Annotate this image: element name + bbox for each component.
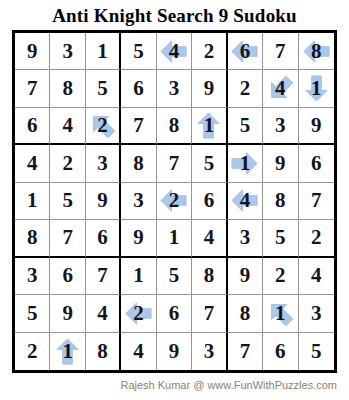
- sudoku-cell-r1c8[interactable]: 7: [263, 33, 298, 70]
- cell-digit: 8: [240, 303, 251, 324]
- sudoku-cell-r2c6[interactable]: 9: [192, 70, 227, 107]
- cell-digit: 4: [204, 227, 215, 248]
- cell-digit: 9: [169, 341, 180, 362]
- cell-digit: 8: [97, 341, 108, 362]
- cell-digit: 7: [27, 78, 38, 99]
- sudoku-cell-r7c7[interactable]: 9: [228, 258, 263, 295]
- sudoku-cell-r9c9[interactable]: 5: [299, 333, 334, 370]
- cell-digit: 7: [311, 190, 322, 211]
- cell-digit: 3: [204, 341, 215, 362]
- sudoku-cell-r3c4[interactable]: 7: [121, 108, 156, 145]
- sudoku-cell-r1c4[interactable]: 5: [121, 33, 156, 70]
- sudoku-cell-r3c2[interactable]: 4: [50, 108, 85, 145]
- sudoku-cell-r8c1[interactable]: 5: [15, 295, 50, 332]
- sudoku-cell-r4c1[interactable]: 4: [15, 145, 50, 182]
- sudoku-cell-r7c3[interactable]: 7: [86, 258, 121, 295]
- cell-digit: 8: [204, 265, 215, 286]
- sudoku-cell-r3c1[interactable]: 6: [15, 108, 50, 145]
- cell-digit: 1: [275, 303, 286, 324]
- cell-digit: 8: [311, 41, 322, 62]
- cell-digit: 2: [204, 41, 215, 62]
- cell-digit: 2: [27, 341, 38, 362]
- sudoku-cell-r8c9[interactable]: 3: [299, 295, 334, 332]
- cell-digit: 6: [169, 303, 180, 324]
- cell-digit: 1: [240, 153, 251, 174]
- sudoku-cell-r3c6[interactable]: 1: [192, 108, 227, 145]
- cell-digit: 4: [27, 153, 38, 174]
- cell-digit: 2: [275, 265, 286, 286]
- cell-digit: 5: [169, 265, 180, 286]
- sudoku-cell-r2c8[interactable]: 4: [263, 70, 298, 107]
- cell-digit: 1: [169, 227, 180, 248]
- cell-digit: 6: [62, 265, 73, 286]
- cell-digit: 8: [133, 153, 144, 174]
- cell-digit: 5: [27, 303, 38, 324]
- sudoku-cell-r3c7[interactable]: 5: [228, 108, 263, 145]
- cell-digit: 4: [62, 115, 73, 136]
- cell-digit: 9: [204, 78, 215, 99]
- cell-digit: 3: [62, 41, 73, 62]
- sudoku-cell-r4c6[interactable]: 5: [192, 145, 227, 182]
- cell-digit: 4: [169, 41, 180, 62]
- cell-digit: 2: [311, 227, 322, 248]
- sudoku-cell-r3c9[interactable]: 9: [299, 108, 334, 145]
- sudoku-cell-r8c2[interactable]: 9: [50, 295, 85, 332]
- sudoku-cell-r4c8[interactable]: 9: [263, 145, 298, 182]
- sudoku-cell-r3c3[interactable]: 2: [86, 108, 121, 145]
- sudoku-cell-r4c3[interactable]: 3: [86, 145, 121, 182]
- sudoku-board: 9315426787856392416427815394238751961593…: [12, 30, 337, 373]
- cell-digit: 3: [97, 153, 108, 174]
- cell-digit: 5: [204, 153, 215, 174]
- sudoku-cell-r1c9[interactable]: 8: [299, 33, 334, 70]
- sudoku-cell-r8c7[interactable]: 8: [228, 295, 263, 332]
- cell-digit: 6: [97, 227, 108, 248]
- sudoku-cell-r4c9[interactable]: 6: [299, 145, 334, 182]
- sudoku-cell-r6c4[interactable]: 9: [121, 220, 156, 257]
- sudoku-cell-r1c5[interactable]: 4: [157, 33, 192, 70]
- sudoku-cell-r9c4[interactable]: 4: [121, 333, 156, 370]
- sudoku-cell-r9c7[interactable]: 7: [228, 333, 263, 370]
- cell-digit: 4: [133, 341, 144, 362]
- cell-digit: 8: [27, 227, 38, 248]
- cell-digit: 1: [311, 78, 322, 99]
- cell-digit: 3: [275, 115, 286, 136]
- sudoku-cell-r6c1[interactable]: 8: [15, 220, 50, 257]
- sudoku-cell-r8c6[interactable]: 7: [192, 295, 227, 332]
- sudoku-cell-r4c4[interactable]: 8: [121, 145, 156, 182]
- sudoku-cell-r9c8[interactable]: 6: [263, 333, 298, 370]
- sudoku-cell-r1c3[interactable]: 1: [86, 33, 121, 70]
- cell-digit: 1: [27, 190, 38, 211]
- sudoku-cell-r2c3[interactable]: 5: [86, 70, 121, 107]
- cell-digit: 4: [275, 78, 286, 99]
- sudoku-cell-r2c5[interactable]: 3: [157, 70, 192, 107]
- cell-digit: 8: [275, 190, 286, 211]
- sudoku-cell-r3c8[interactable]: 3: [263, 108, 298, 145]
- cell-digit: 3: [311, 303, 322, 324]
- sudoku-cell-r8c4[interactable]: 2: [121, 295, 156, 332]
- sudoku-cell-r1c7[interactable]: 6: [228, 33, 263, 70]
- sudoku-cell-r4c5[interactable]: 7: [157, 145, 192, 182]
- cell-digit: 7: [204, 303, 215, 324]
- sudoku-cell-r5c4[interactable]: 3: [121, 183, 156, 220]
- cell-digit: 1: [62, 341, 73, 362]
- sudoku-cell-r7c4[interactable]: 1: [121, 258, 156, 295]
- sudoku-cell-r9c2[interactable]: 1: [50, 333, 85, 370]
- cell-digit: 2: [62, 153, 73, 174]
- cell-digit: 2: [240, 78, 251, 99]
- sudoku-cell-r7c1[interactable]: 3: [15, 258, 50, 295]
- sudoku-cell-r9c1[interactable]: 2: [15, 333, 50, 370]
- cell-digit: 3: [240, 227, 251, 248]
- cell-digit: 3: [133, 190, 144, 211]
- cell-digit: 7: [133, 115, 144, 136]
- cell-digit: 5: [97, 78, 108, 99]
- sudoku-cell-r9c5[interactable]: 9: [157, 333, 192, 370]
- cell-digit: 6: [240, 41, 251, 62]
- cell-digit: 4: [240, 190, 251, 211]
- sudoku-cell-r4c2[interactable]: 2: [50, 145, 85, 182]
- sudoku-cell-r5c3[interactable]: 9: [86, 183, 121, 220]
- sudoku-cell-r8c3[interactable]: 4: [86, 295, 121, 332]
- cell-digit: 5: [62, 190, 73, 211]
- sudoku-cell-r6c7[interactable]: 3: [228, 220, 263, 257]
- cell-digit: 3: [169, 78, 180, 99]
- cell-digit: 7: [240, 341, 251, 362]
- sudoku-cell-r3c5[interactable]: 8: [157, 108, 192, 145]
- sudoku-cell-r6c6[interactable]: 4: [192, 220, 227, 257]
- cell-digit: 2: [169, 190, 180, 211]
- sudoku-cell-r1c1[interactable]: 9: [15, 33, 50, 70]
- sudoku-cell-r2c4[interactable]: 6: [121, 70, 156, 107]
- sudoku-cell-r7c2[interactable]: 6: [50, 258, 85, 295]
- cell-digit: 5: [275, 227, 286, 248]
- cell-digit: 6: [311, 153, 322, 174]
- sudoku-cell-r6c8[interactable]: 5: [263, 220, 298, 257]
- cell-digit: 7: [275, 41, 286, 62]
- sudoku-cell-r5c7[interactable]: 4: [228, 183, 263, 220]
- cell-digit: 9: [133, 227, 144, 248]
- sudoku-cell-r5c2[interactable]: 5: [50, 183, 85, 220]
- sudoku-cell-r4c7[interactable]: 1: [228, 145, 263, 182]
- sudoku-cell-r9c6[interactable]: 3: [192, 333, 227, 370]
- cell-digit: 2: [133, 303, 144, 324]
- sudoku-cell-r1c6[interactable]: 2: [192, 33, 227, 70]
- cell-digit: 1: [204, 115, 215, 136]
- cell-digit: 5: [240, 115, 251, 136]
- cell-digit: 6: [27, 115, 38, 136]
- cell-digit: 6: [133, 78, 144, 99]
- cell-digit: 6: [204, 190, 215, 211]
- cell-digit: 9: [240, 265, 251, 286]
- sudoku-cell-r2c7[interactable]: 2: [228, 70, 263, 107]
- cell-digit: 9: [27, 41, 38, 62]
- sudoku-cell-r5c6[interactable]: 6: [192, 183, 227, 220]
- cell-digit: 6: [275, 341, 286, 362]
- cell-digit: 1: [97, 41, 108, 62]
- cell-digit: 9: [97, 190, 108, 211]
- sudoku-cell-r6c3[interactable]: 6: [86, 220, 121, 257]
- sudoku-cell-r7c5[interactable]: 5: [157, 258, 192, 295]
- sudoku-cell-r9c3[interactable]: 8: [86, 333, 121, 370]
- sudoku-cell-r5c1[interactable]: 1: [15, 183, 50, 220]
- sudoku-cell-r5c5[interactable]: 2: [157, 183, 192, 220]
- sudoku-cell-r6c9[interactable]: 2: [299, 220, 334, 257]
- puzzle-title: Anti Knight Search 9 Sudoku: [0, 0, 349, 27]
- sudoku-cell-r2c9[interactable]: 1: [299, 70, 334, 107]
- cell-digit: 9: [275, 153, 286, 174]
- cell-digit: 8: [169, 115, 180, 136]
- cell-digit: 1: [133, 265, 144, 286]
- cell-digit: 9: [62, 303, 73, 324]
- sudoku-cell-r7c8[interactable]: 2: [263, 258, 298, 295]
- cell-digit: 2: [97, 115, 108, 136]
- cell-digit: 4: [97, 303, 108, 324]
- sudoku-cell-r7c6[interactable]: 8: [192, 258, 227, 295]
- cell-digit: 7: [97, 265, 108, 286]
- cell-digit: 3: [27, 265, 38, 286]
- sudoku-cell-r1c2[interactable]: 3: [50, 33, 85, 70]
- sudoku-cell-r2c1[interactable]: 7: [15, 70, 50, 107]
- sudoku-cell-r6c2[interactable]: 7: [50, 220, 85, 257]
- sudoku-cell-r6c5[interactable]: 1: [157, 220, 192, 257]
- cell-digit: 8: [62, 78, 73, 99]
- sudoku-cell-r7c9[interactable]: 4: [299, 258, 334, 295]
- sudoku-cell-r8c5[interactable]: 6: [157, 295, 192, 332]
- sudoku-cell-r2c2[interactable]: 8: [50, 70, 85, 107]
- cell-digit: 7: [169, 153, 180, 174]
- cell-digit: 5: [133, 41, 144, 62]
- credit-text: Rajesh Kumar @ www.FunWithPuzzles.com: [0, 379, 337, 391]
- cell-digit: 5: [311, 341, 322, 362]
- sudoku-cell-r8c8[interactable]: 1: [263, 295, 298, 332]
- sudoku-cell-r5c9[interactable]: 7: [299, 183, 334, 220]
- cell-digit: 7: [62, 227, 73, 248]
- sudoku-cell-r5c8[interactable]: 8: [263, 183, 298, 220]
- cell-digit: 4: [311, 265, 322, 286]
- cell-digit: 9: [311, 115, 322, 136]
